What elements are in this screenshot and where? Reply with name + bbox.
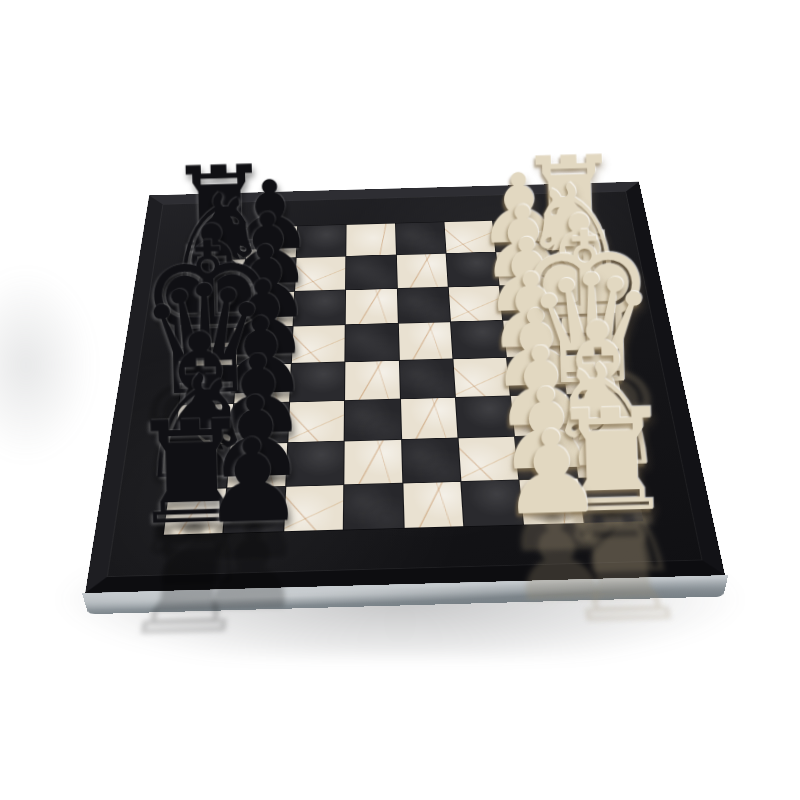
square-g4[interactable]: [396, 254, 447, 288]
photo-scene: ♜♜♟♟♟♟♜♜♞♞♟♟♟♟♞♞♝♝♟♟♟♟♝♝♚♚♟♟♟♟♚♚♛♛♟♟♟♟♛♛…: [0, 0, 800, 800]
piece-black-pawn[interactable]: ♟: [199, 434, 305, 531]
square-a5[interactable]: [344, 483, 403, 529]
square-a2[interactable]: ♟♟: [520, 478, 584, 524]
piece-anchor: ♟♟: [224, 486, 285, 533]
piece-white-pawn[interactable]: ♟: [499, 426, 605, 523]
square-a4[interactable]: [403, 482, 463, 528]
square-f5[interactable]: [346, 289, 398, 325]
square-c5[interactable]: [345, 399, 401, 441]
square-a7[interactable]: ♟♟: [224, 486, 285, 533]
square-g5[interactable]: [346, 255, 396, 289]
board-3d-wrapper: ♜♜♟♟♟♟♜♜♞♞♟♟♟♟♞♞♝♝♟♟♟♟♝♝♚♚♟♟♟♟♚♚♛♛♟♟♟♟♛♛…: [85, 182, 725, 593]
chessboard: ♜♜♟♟♟♟♜♜♞♞♟♟♟♟♞♞♝♝♟♟♟♟♝♝♚♚♟♟♟♟♚♚♛♛♟♟♟♟♛♛…: [85, 182, 725, 593]
square-d5[interactable]: [345, 360, 399, 400]
square-b4[interactable]: [402, 438, 461, 482]
square-c4[interactable]: [400, 398, 457, 440]
square-e4[interactable]: [398, 322, 452, 360]
ambient-shadow: [0, 270, 92, 460]
board-grid: ♜♜♟♟♟♟♜♜♞♞♟♟♟♟♞♞♝♝♟♟♟♟♝♝♚♚♟♟♟♟♚♚♛♛♟♟♟♟♛♛…: [164, 218, 644, 535]
square-b5[interactable]: [344, 440, 401, 484]
square-h5[interactable]: [346, 224, 395, 257]
square-h4[interactable]: [396, 222, 446, 255]
square-d4[interactable]: [399, 359, 454, 399]
square-f4[interactable]: [397, 287, 450, 323]
piece-anchor: ♟♟: [520, 478, 584, 524]
square-e5[interactable]: [345, 324, 398, 362]
